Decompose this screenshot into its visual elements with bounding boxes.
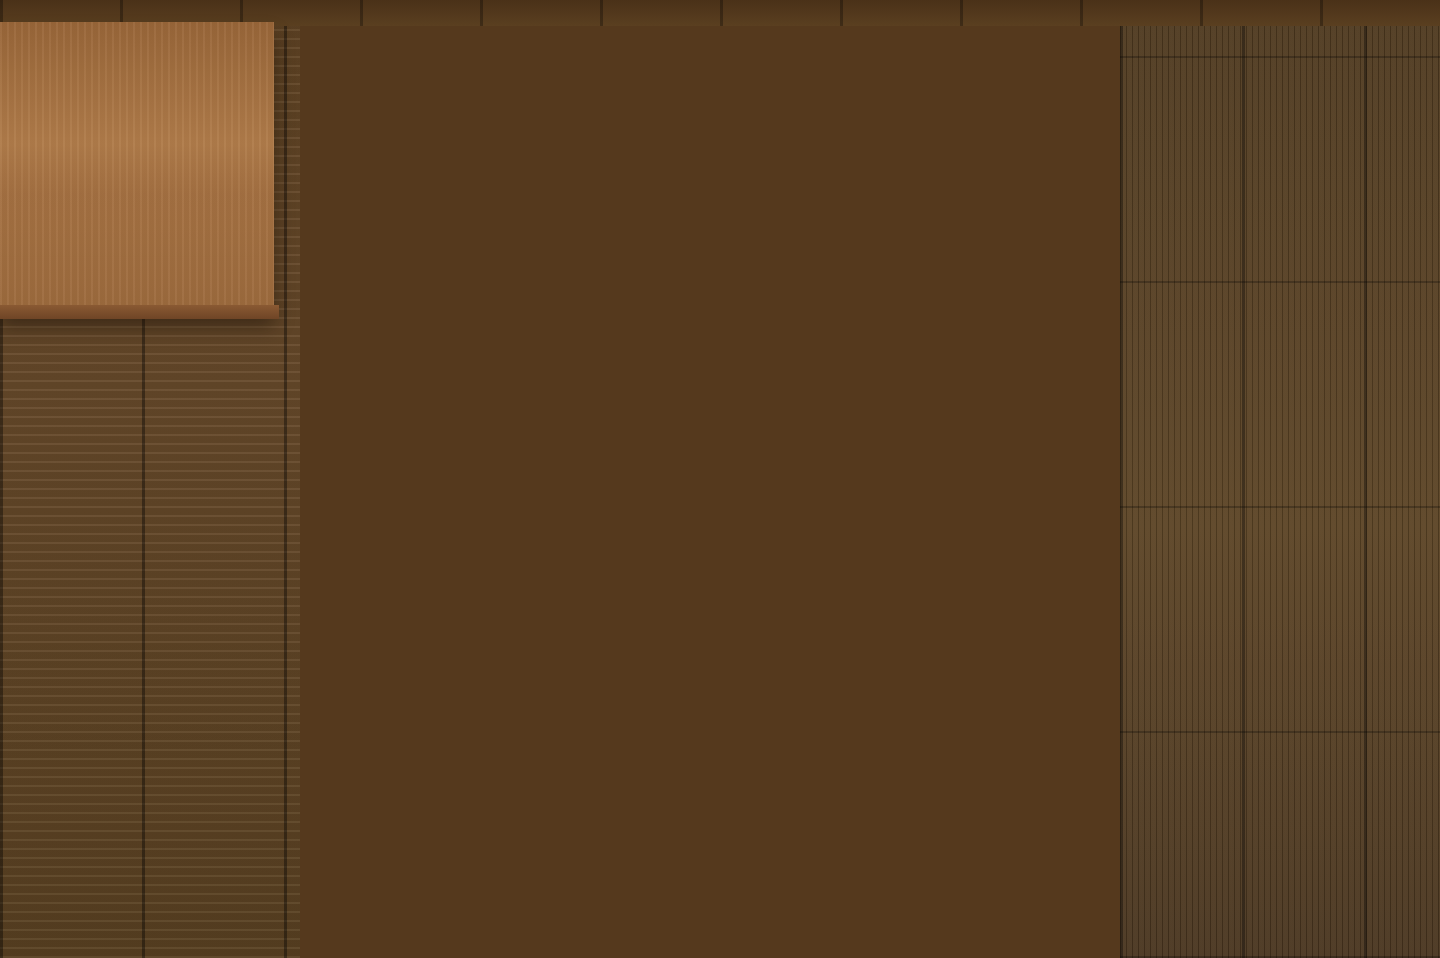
side-table	[0, 22, 274, 312]
photo-scene: 香車桂馬銀将金将王将金将銀将桂馬香車飛車角行歩兵歩兵歩兵歩兵歩兵歩兵歩兵歩兵歩兵…	[0, 0, 1440, 958]
side-table-leg	[148, 319, 266, 374]
floor-planks-right	[1120, 0, 1440, 958]
side-table-edge	[0, 305, 279, 319]
